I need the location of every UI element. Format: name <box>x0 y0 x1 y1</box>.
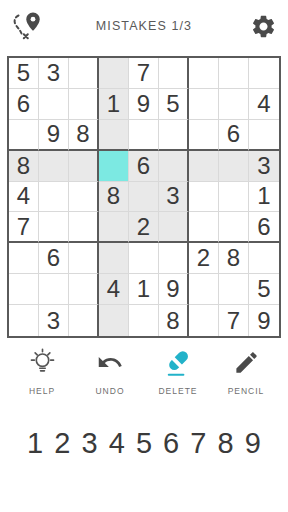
cell-r5c6[interactable]: 3 <box>159 182 189 213</box>
cell-r6c8[interactable] <box>219 212 249 243</box>
cell-r7c7[interactable]: 2 <box>189 243 219 274</box>
cell-r4c4[interactable] <box>99 151 129 182</box>
cell-r4c3[interactable] <box>69 151 99 182</box>
toolbar: HELP UNDO DELETE PENCIL <box>0 346 288 404</box>
cell-r7c2[interactable]: 6 <box>39 243 69 274</box>
cell-r2c8[interactable] <box>219 89 249 120</box>
cell-r8c6[interactable]: 9 <box>159 274 189 305</box>
pencil-icon <box>233 346 260 378</box>
cell-r2c9[interactable]: 4 <box>249 89 279 120</box>
numpad-3[interactable]: 3 <box>81 429 97 458</box>
cell-r1c2[interactable]: 3 <box>39 58 69 89</box>
numpad-8[interactable]: 8 <box>218 429 234 458</box>
cell-r5c3[interactable] <box>69 182 99 213</box>
cell-r6c3[interactable] <box>69 212 99 243</box>
numpad-6[interactable]: 6 <box>163 429 179 458</box>
cell-r6c4[interactable] <box>99 212 129 243</box>
cell-r1c4[interactable] <box>99 58 129 89</box>
cell-r8c4[interactable]: 4 <box>99 274 129 305</box>
cell-r6c1[interactable]: 7 <box>9 212 39 243</box>
cell-r5c7[interactable] <box>189 182 219 213</box>
cell-r8c1[interactable] <box>9 274 39 305</box>
cell-r8c9[interactable]: 5 <box>249 274 279 305</box>
cell-r4c6[interactable] <box>159 151 189 182</box>
cell-r3c9[interactable] <box>249 120 279 151</box>
cell-r8c2[interactable] <box>39 274 69 305</box>
cell-r3c3[interactable]: 8 <box>69 120 99 151</box>
cell-r4c7[interactable] <box>189 151 219 182</box>
numpad-4[interactable]: 4 <box>109 429 125 458</box>
cell-r2c2[interactable] <box>39 89 69 120</box>
cell-r1c6[interactable] <box>159 58 189 89</box>
cell-r9c2[interactable]: 3 <box>39 305 69 336</box>
route-button[interactable] <box>11 9 45 43</box>
cell-r6c7[interactable] <box>189 212 219 243</box>
undo-arrow-icon <box>95 346 125 378</box>
cell-r8c5[interactable]: 1 <box>129 274 159 305</box>
number-pad: 123456789 <box>0 424 288 462</box>
numpad-5[interactable]: 5 <box>136 429 152 458</box>
cell-r2c3[interactable] <box>69 89 99 120</box>
cell-r4c1[interactable]: 8 <box>9 151 39 182</box>
cell-r9c7[interactable] <box>189 305 219 336</box>
cell-r2c6[interactable]: 5 <box>159 89 189 120</box>
cell-r1c5[interactable]: 7 <box>129 58 159 89</box>
cell-r8c3[interactable] <box>69 274 99 305</box>
cell-r6c5[interactable]: 2 <box>129 212 159 243</box>
cell-r1c8[interactable] <box>219 58 249 89</box>
cell-r7c6[interactable] <box>159 243 189 274</box>
cell-r1c9[interactable] <box>249 58 279 89</box>
route-icon <box>11 31 45 46</box>
cell-r9c8[interactable]: 7 <box>219 305 249 336</box>
cell-r4c5[interactable]: 6 <box>129 151 159 182</box>
settings-gear-icon <box>250 28 277 43</box>
help-button[interactable]: HELP <box>8 346 76 404</box>
pencil-label: PENCIL <box>228 386 265 396</box>
delete-label: DELETE <box>158 386 197 396</box>
cell-r8c8[interactable] <box>219 274 249 305</box>
cell-r9c9[interactable]: 9 <box>249 305 279 336</box>
cell-r5c8[interactable] <box>219 182 249 213</box>
numpad-2[interactable]: 2 <box>54 429 70 458</box>
cell-r7c4[interactable] <box>99 243 129 274</box>
top-bar: MISTAKES 1/3 <box>0 0 288 52</box>
cell-r2c1[interactable]: 6 <box>9 89 39 120</box>
cell-r4c2[interactable] <box>39 151 69 182</box>
cell-r8c7[interactable] <box>189 274 219 305</box>
cell-r7c3[interactable] <box>69 243 99 274</box>
cell-r3c6[interactable] <box>159 120 189 151</box>
mistakes-counter: MISTAKES 1/3 <box>96 19 192 33</box>
cell-r4c8[interactable] <box>219 151 249 182</box>
cell-r3c4[interactable] <box>99 120 129 151</box>
cell-r6c2[interactable] <box>39 212 69 243</box>
cell-r7c9[interactable] <box>249 243 279 274</box>
lightbulb-icon <box>27 346 58 378</box>
numpad-1[interactable]: 1 <box>27 429 43 458</box>
cell-r9c6[interactable]: 8 <box>159 305 189 336</box>
undo-label: UNDO <box>95 386 124 396</box>
cell-r5c2[interactable] <box>39 182 69 213</box>
cell-r3c2[interactable]: 9 <box>39 120 69 151</box>
cell-r3c5[interactable] <box>129 120 159 151</box>
cell-r7c1[interactable] <box>9 243 39 274</box>
delete-button[interactable]: DELETE <box>144 346 212 404</box>
cell-r6c6[interactable] <box>159 212 189 243</box>
cell-r5c4[interactable]: 8 <box>99 182 129 213</box>
cell-r1c1[interactable]: 5 <box>9 58 39 89</box>
cell-r9c3[interactable] <box>69 305 99 336</box>
numpad-9[interactable]: 9 <box>245 429 261 458</box>
cell-r5c1[interactable]: 4 <box>9 182 39 213</box>
settings-button[interactable] <box>250 13 277 40</box>
cell-r9c1[interactable] <box>9 305 39 336</box>
sudoku-grid: 53761954986863483172662841953879 <box>7 56 281 338</box>
cell-r2c7[interactable] <box>189 89 219 120</box>
undo-button[interactable]: UNDO <box>76 346 144 404</box>
cell-r1c3[interactable] <box>69 58 99 89</box>
cell-r2c5[interactable]: 9 <box>129 89 159 120</box>
cell-r9c4[interactable] <box>99 305 129 336</box>
help-label: HELP <box>29 386 55 396</box>
pencil-button[interactable]: PENCIL <box>212 346 280 404</box>
cell-r5c5[interactable] <box>129 182 159 213</box>
cell-r4c9[interactable]: 3 <box>249 151 279 182</box>
cell-r1c7[interactable] <box>189 58 219 89</box>
cell-r3c7[interactable] <box>189 120 219 151</box>
cell-r3c8[interactable]: 6 <box>219 120 249 151</box>
cell-r3c1[interactable] <box>9 120 39 151</box>
cell-r9c5[interactable] <box>129 305 159 336</box>
numpad-7[interactable]: 7 <box>190 429 206 458</box>
cell-r7c5[interactable] <box>129 243 159 274</box>
cell-r5c9[interactable]: 1 <box>249 182 279 213</box>
cell-r2c4[interactable]: 1 <box>99 89 129 120</box>
eraser-icon <box>163 346 194 378</box>
cell-r7c8[interactable]: 8 <box>219 243 249 274</box>
cell-r6c9[interactable]: 6 <box>249 212 279 243</box>
